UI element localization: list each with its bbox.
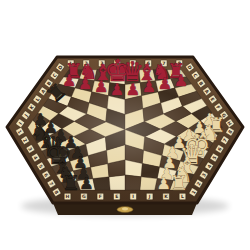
edge-label-square: I	[130, 193, 137, 200]
product-photo: 12345678DCBAEFGH87654321HGFEIJKL12345678…	[0, 0, 250, 250]
white-rook: ♜	[170, 171, 188, 195]
red-pawn: ♟	[174, 71, 188, 90]
svg-text:♟: ♟	[174, 71, 188, 90]
edge-label-square: E	[113, 193, 120, 200]
edge-label-square: K	[163, 193, 170, 200]
edge-label: G	[82, 194, 86, 199]
white-pawn: ♟	[156, 174, 170, 193]
red-pawn: ♟	[94, 77, 108, 96]
edge-label: E	[115, 194, 118, 199]
edge-label-square: F	[97, 193, 104, 200]
svg-text:♟: ♟	[142, 77, 156, 96]
red-pawn: ♟	[110, 80, 124, 99]
red-pawn: ♟	[142, 77, 156, 96]
black-pawn: ♟	[79, 174, 93, 193]
svg-text:♟: ♟	[62, 71, 76, 90]
svg-text:♜: ♜	[62, 171, 80, 195]
red-pawn: ♟	[158, 74, 172, 93]
red-pawn: ♟	[62, 71, 76, 90]
svg-text:♟: ♟	[79, 174, 93, 193]
svg-text:♟: ♟	[94, 77, 108, 96]
edge-label: K	[164, 194, 168, 199]
svg-text:♟: ♟	[110, 80, 124, 99]
edge-label: F	[99, 194, 102, 199]
red-pawn: ♟	[78, 74, 92, 93]
brass-clasp	[117, 207, 133, 213]
svg-text:♟: ♟	[156, 174, 170, 193]
svg-text:♟: ♟	[78, 74, 92, 93]
edge-label: I	[132, 194, 134, 199]
edge-label-square: G	[81, 193, 88, 200]
black-rook: ♜	[62, 171, 80, 195]
edge-label: J	[148, 194, 151, 199]
svg-text:♟: ♟	[126, 80, 140, 99]
red-pawn: ♟	[126, 80, 140, 99]
three-player-chess-board: 12345678DCBAEFGH87654321HGFEIJKL12345678…	[0, 0, 250, 250]
svg-text:♟: ♟	[158, 74, 172, 93]
svg-text:♜: ♜	[170, 171, 188, 195]
edge-label-square: J	[146, 193, 153, 200]
